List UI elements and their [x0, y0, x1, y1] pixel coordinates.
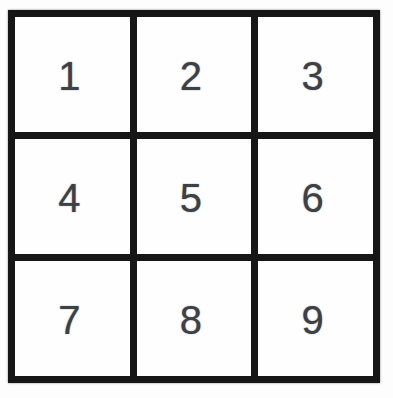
cell-value: 8: [180, 300, 202, 340]
cell-value: 2: [180, 56, 202, 96]
cell-value: 3: [302, 56, 324, 96]
cell-r3c2[interactable]: 8: [137, 261, 252, 376]
cell-value: 6: [302, 178, 324, 218]
cell-r3c1[interactable]: 7: [15, 261, 130, 376]
cell-value: 5: [180, 178, 202, 218]
cell-r2c2[interactable]: 5: [137, 139, 252, 254]
cell-r2c1[interactable]: 4: [15, 139, 130, 254]
cell-value: 4: [58, 178, 80, 218]
cell-r2c3[interactable]: 6: [258, 139, 373, 254]
cell-r3c3[interactable]: 9: [258, 261, 373, 376]
cell-value: 7: [58, 300, 80, 340]
cell-r1c3[interactable]: 3: [258, 17, 373, 132]
cell-r1c2[interactable]: 2: [137, 17, 252, 132]
cell-value: 9: [302, 300, 324, 340]
puzzle-diagram: 1 2 3 4 5 6 7 8 9: [0, 0, 393, 398]
cell-r1c1[interactable]: 1: [15, 17, 130, 132]
grid-board: 1 2 3 4 5 6 7 8 9: [8, 10, 380, 383]
cell-value: 1: [58, 56, 80, 96]
